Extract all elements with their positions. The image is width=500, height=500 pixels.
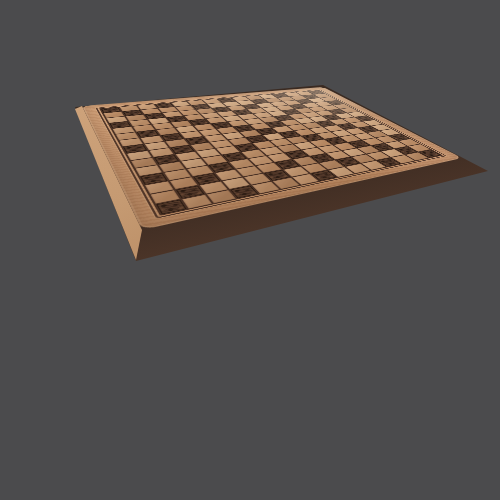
board-side-bevel-right bbox=[0, 0, 500, 500]
board-viewport[interactable] bbox=[0, 0, 500, 500]
board-side-bevel-left bbox=[0, 0, 500, 500]
board-grid bbox=[99, 90, 443, 216]
